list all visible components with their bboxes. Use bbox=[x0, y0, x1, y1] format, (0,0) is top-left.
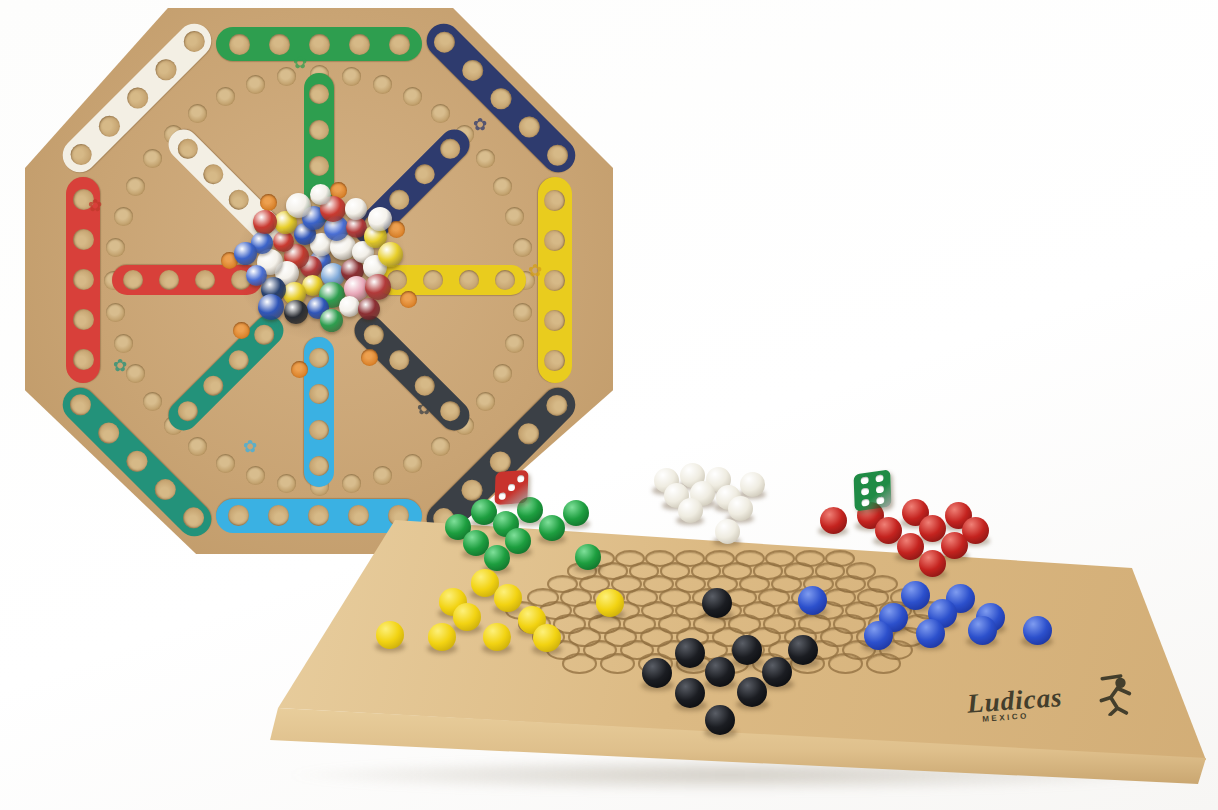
hex-grid-hole bbox=[828, 653, 863, 674]
hex-grid-hole bbox=[866, 653, 901, 674]
marble-red[interactable] bbox=[919, 515, 946, 542]
chinese-checkers-pieces-layer: Ludicas MEXICO bbox=[0, 0, 1218, 810]
marble-white[interactable] bbox=[715, 519, 740, 544]
marble-black[interactable] bbox=[642, 658, 672, 688]
hex-grid-hole bbox=[562, 653, 597, 674]
marble-green[interactable] bbox=[484, 545, 510, 571]
marble-green[interactable] bbox=[563, 500, 589, 526]
marble-blue[interactable] bbox=[798, 586, 827, 615]
die-pip bbox=[508, 483, 515, 490]
marble-red[interactable] bbox=[919, 550, 946, 577]
marble-white[interactable] bbox=[740, 472, 765, 497]
die-pip bbox=[860, 476, 868, 484]
marble-blue[interactable] bbox=[864, 621, 893, 650]
marble-black[interactable] bbox=[762, 657, 792, 687]
marble-black[interactable] bbox=[702, 588, 732, 618]
marble-blue[interactable] bbox=[901, 581, 930, 610]
marble-yellow[interactable] bbox=[428, 623, 456, 651]
marble-blue[interactable] bbox=[916, 619, 945, 648]
marble-red[interactable] bbox=[875, 517, 902, 544]
marble-yellow[interactable] bbox=[596, 589, 624, 617]
die-pip bbox=[875, 474, 883, 482]
marble-black[interactable] bbox=[705, 657, 735, 687]
product-photo-scene: ✿✿✿✿✿✿✿ Ludicas MEXICO bbox=[0, 0, 1218, 810]
marble-blue[interactable] bbox=[1023, 616, 1052, 645]
brand-logo: Ludicas MEXICO bbox=[966, 675, 1160, 748]
die-red[interactable] bbox=[494, 469, 528, 504]
marble-green[interactable] bbox=[505, 528, 531, 554]
marble-yellow[interactable] bbox=[453, 603, 481, 631]
marble-red[interactable] bbox=[897, 533, 924, 560]
marble-blue[interactable] bbox=[968, 616, 997, 645]
marble-black[interactable] bbox=[675, 638, 705, 668]
marble-green[interactable] bbox=[539, 515, 565, 541]
hex-grid-hole bbox=[600, 653, 635, 674]
marble-red[interactable] bbox=[820, 507, 847, 534]
marble-yellow[interactable] bbox=[494, 584, 522, 612]
marble-black[interactable] bbox=[675, 678, 705, 708]
die-pip bbox=[498, 492, 505, 499]
die-pip bbox=[517, 475, 524, 482]
die-pip bbox=[861, 498, 869, 506]
marble-black[interactable] bbox=[705, 705, 735, 735]
marble-black[interactable] bbox=[732, 635, 762, 665]
running-man-icon bbox=[1094, 669, 1142, 717]
marble-black[interactable] bbox=[788, 635, 818, 665]
die-green[interactable] bbox=[853, 469, 891, 511]
marble-black[interactable] bbox=[737, 677, 767, 707]
die-pip bbox=[876, 496, 884, 504]
marble-yellow[interactable] bbox=[483, 623, 511, 651]
marble-red[interactable] bbox=[941, 532, 968, 559]
marble-green[interactable] bbox=[575, 544, 601, 570]
marble-yellow[interactable] bbox=[533, 624, 561, 652]
die-pip bbox=[861, 487, 869, 495]
marble-white[interactable] bbox=[678, 498, 703, 523]
die-pip bbox=[876, 485, 884, 493]
marble-white[interactable] bbox=[728, 496, 753, 521]
marble-yellow[interactable] bbox=[376, 621, 404, 649]
